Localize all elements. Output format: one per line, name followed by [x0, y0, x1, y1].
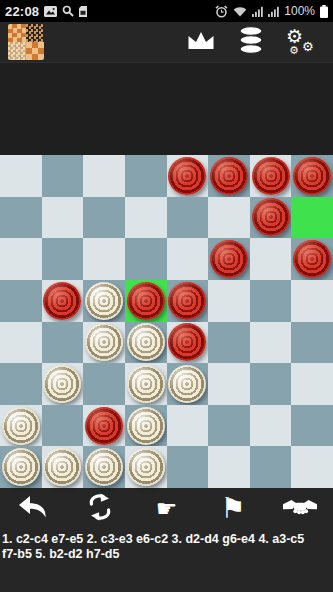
- resign-flag-button[interactable]: ⚑: [200, 488, 267, 530]
- square-b8[interactable]: [42, 155, 84, 197]
- square-f8[interactable]: [208, 155, 250, 197]
- square-f1[interactable]: [208, 446, 250, 488]
- square-f5[interactable]: [208, 280, 250, 322]
- square-e1[interactable]: [167, 446, 209, 488]
- square-c2[interactable]: [83, 405, 125, 447]
- square-c7[interactable]: [83, 197, 125, 239]
- square-f7[interactable]: [208, 197, 250, 239]
- gear-icon: ⚙⚙⚙: [286, 27, 316, 57]
- white-piece[interactable]: [2, 448, 40, 486]
- app-toolbar: ⚙⚙⚙: [0, 22, 333, 62]
- square-d8[interactable]: [125, 155, 167, 197]
- square-h8[interactable]: [291, 155, 333, 197]
- square-h7[interactable]: [291, 197, 333, 239]
- alarm-icon: [215, 5, 228, 18]
- white-piece[interactable]: [127, 365, 165, 403]
- red-piece[interactable]: [85, 407, 123, 445]
- square-a5[interactable]: [0, 280, 42, 322]
- empty-dark-panel: [0, 62, 333, 155]
- white-piece[interactable]: [85, 448, 123, 486]
- checkerboard-quadrant: [8, 24, 26, 42]
- white-piece[interactable]: [127, 448, 165, 486]
- square-b5[interactable]: [42, 280, 84, 322]
- move-list-line: f7-b5 5. b2-d2 h7-d5: [2, 547, 331, 562]
- database-icon: [238, 26, 264, 58]
- undo-button[interactable]: [0, 488, 67, 530]
- square-h2[interactable]: [291, 405, 333, 447]
- square-f2[interactable]: [208, 405, 250, 447]
- hint-button[interactable]: ☛: [133, 488, 200, 530]
- red-piece[interactable]: [252, 198, 290, 236]
- square-h4[interactable]: [291, 322, 333, 364]
- square-b6[interactable]: [42, 238, 84, 280]
- move-list: 1. c2-c4 e7-e5 2. c3-e3 e6-c2 3. d2-d4 g…: [0, 530, 333, 561]
- square-d6[interactable]: [125, 238, 167, 280]
- square-a4[interactable]: [0, 322, 42, 364]
- pointing-hand-icon: ☛: [156, 497, 178, 521]
- square-d2[interactable]: [125, 405, 167, 447]
- square-f6[interactable]: [208, 238, 250, 280]
- checkerboard-quadrant: [8, 42, 26, 60]
- square-e8[interactable]: [167, 155, 209, 197]
- square-c4[interactable]: [83, 322, 125, 364]
- search-icon: [62, 5, 74, 17]
- square-b3[interactable]: [42, 363, 84, 405]
- red-piece[interactable]: [293, 157, 331, 195]
- square-g5[interactable]: [250, 280, 292, 322]
- white-piece[interactable]: [127, 323, 165, 361]
- clock-time: 22:08: [5, 4, 39, 19]
- square-b4[interactable]: [42, 322, 84, 364]
- red-piece[interactable]: [252, 157, 290, 195]
- wifi-icon: [233, 6, 247, 17]
- square-d1[interactable]: [125, 446, 167, 488]
- square-h3[interactable]: [291, 363, 333, 405]
- handshake-icon: [283, 496, 317, 522]
- square-e2[interactable]: [167, 405, 209, 447]
- red-piece[interactable]: [210, 240, 248, 278]
- square-g6[interactable]: [250, 238, 292, 280]
- square-a2[interactable]: [0, 405, 42, 447]
- white-piece[interactable]: [43, 448, 81, 486]
- square-e6[interactable]: [167, 238, 209, 280]
- square-b7[interactable]: [42, 197, 84, 239]
- square-a7[interactable]: [0, 197, 42, 239]
- square-a8[interactable]: [0, 155, 42, 197]
- square-d4[interactable]: [125, 322, 167, 364]
- square-a6[interactable]: [0, 238, 42, 280]
- crown-icon: [186, 29, 216, 55]
- white-piece[interactable]: [43, 365, 81, 403]
- image-icon: [44, 6, 57, 17]
- square-c1[interactable]: [83, 446, 125, 488]
- square-h5[interactable]: [291, 280, 333, 322]
- square-f3[interactable]: [208, 363, 250, 405]
- white-piece[interactable]: [127, 407, 165, 445]
- flag-icon: ⚑: [221, 495, 246, 523]
- move-list-line: 1. c2-c4 e7-e5 2. c3-e3 e6-c2 3. d2-d4 g…: [2, 532, 331, 547]
- signal-icon: [268, 6, 279, 17]
- game-controls: ☛ ⚑: [0, 488, 333, 530]
- square-e3[interactable]: [167, 363, 209, 405]
- undo-icon: [17, 494, 49, 524]
- white-piece[interactable]: [85, 282, 123, 320]
- square-e7[interactable]: [167, 197, 209, 239]
- red-piece[interactable]: [127, 282, 165, 320]
- square-g2[interactable]: [250, 405, 292, 447]
- square-e5[interactable]: [167, 280, 209, 322]
- white-piece[interactable]: [2, 407, 40, 445]
- red-piece[interactable]: [43, 282, 81, 320]
- checkerboard-quadrant: [26, 24, 44, 42]
- square-d5[interactable]: [125, 280, 167, 322]
- board: [0, 155, 333, 488]
- square-c8[interactable]: [83, 155, 125, 197]
- square-g4[interactable]: [250, 322, 292, 364]
- battery-icon: [320, 5, 328, 18]
- app-logo-checkerboard[interactable]: [8, 24, 44, 60]
- bottom-panel: ☛ ⚑ 1. c2-c4 e7-e5 2. c3-e3 e6-c2 3. d: [0, 488, 333, 592]
- red-piece[interactable]: [168, 323, 206, 361]
- red-piece[interactable]: [168, 282, 206, 320]
- square-e4[interactable]: [167, 322, 209, 364]
- checkerboard-quadrant: [26, 42, 44, 60]
- settings-button[interactable]: ⚙⚙⚙: [285, 26, 317, 58]
- square-h6[interactable]: [291, 238, 333, 280]
- red-piece[interactable]: [210, 157, 248, 195]
- square-a3[interactable]: [0, 363, 42, 405]
- status-bar: 22:08 100%: [0, 0, 333, 22]
- square-g8[interactable]: [250, 155, 292, 197]
- square-c6[interactable]: [83, 238, 125, 280]
- square-g3[interactable]: [250, 363, 292, 405]
- crown-button[interactable]: [185, 26, 217, 58]
- red-piece[interactable]: [293, 240, 331, 278]
- square-d7[interactable]: [125, 197, 167, 239]
- square-f4[interactable]: [208, 322, 250, 364]
- swap-arrows-icon: [87, 493, 113, 525]
- swap-sides-button[interactable]: [67, 488, 134, 530]
- battery-percent: 100%: [284, 4, 315, 18]
- draw-offer-button[interactable]: [266, 488, 333, 530]
- database-button[interactable]: [235, 26, 267, 58]
- square-c3[interactable]: [83, 363, 125, 405]
- white-piece[interactable]: [168, 365, 206, 403]
- sd-card-icon: [79, 6, 87, 17]
- toolbar-actions: ⚙⚙⚙: [185, 26, 325, 58]
- square-g1[interactable]: [250, 446, 292, 488]
- square-b2[interactable]: [42, 405, 84, 447]
- square-a1[interactable]: [0, 446, 42, 488]
- square-c5[interactable]: [83, 280, 125, 322]
- square-d3[interactable]: [125, 363, 167, 405]
- square-h1[interactable]: [291, 446, 333, 488]
- square-g7[interactable]: [250, 197, 292, 239]
- white-piece[interactable]: [85, 323, 123, 361]
- square-b1[interactable]: [42, 446, 84, 488]
- signal-icon: [252, 6, 263, 17]
- red-piece[interactable]: [168, 157, 206, 195]
